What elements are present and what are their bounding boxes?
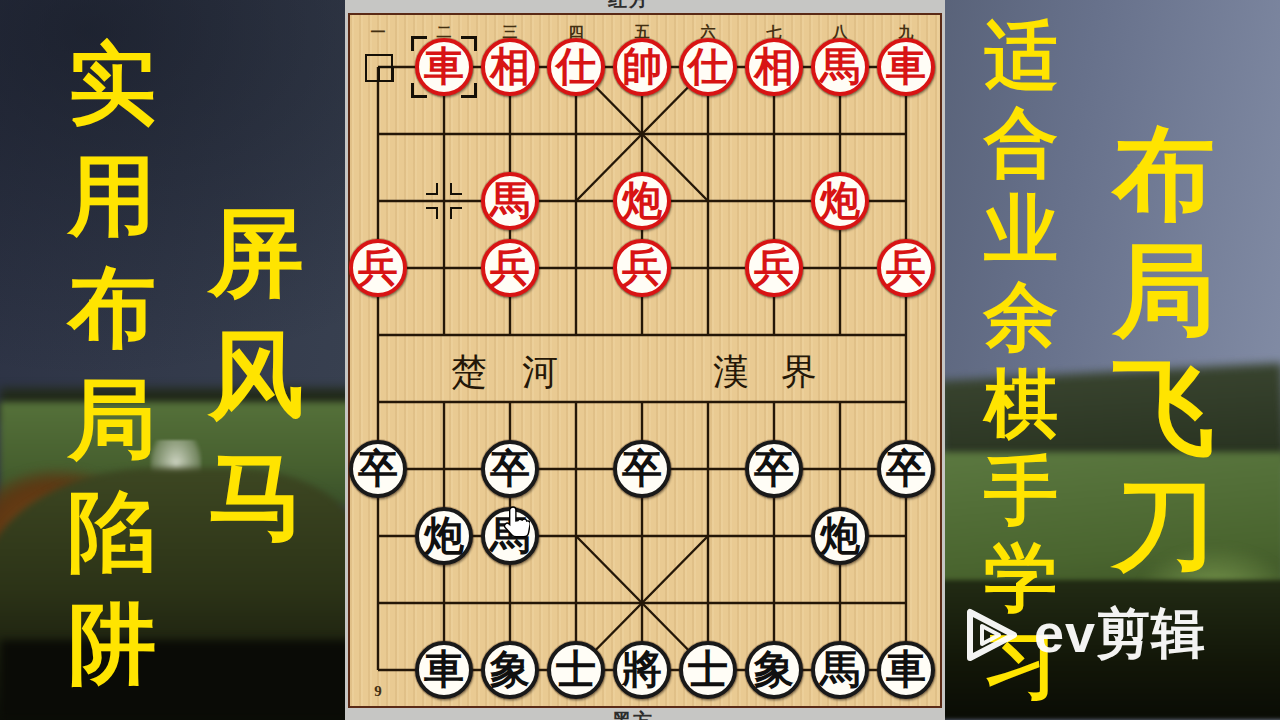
river-char: 漢: [713, 348, 749, 397]
river-char: 界: [781, 348, 817, 397]
piece-black-cannon[interactable]: 炮: [415, 507, 473, 565]
piece-red-pawn[interactable]: 兵: [481, 239, 539, 297]
piece-red-pawn[interactable]: 兵: [349, 239, 407, 297]
black-side-label: 黑方: [612, 708, 654, 720]
piece-red-cannon[interactable]: 炮: [613, 172, 671, 230]
file-label-bottom: 9: [374, 683, 382, 700]
cannon-point-marker-tl: [426, 183, 438, 195]
piece-red-rook[interactable]: 車: [415, 38, 473, 96]
river-char: 楚: [451, 348, 487, 397]
piece-red-rook[interactable]: 車: [877, 38, 935, 96]
board-grid[interactable]: [350, 15, 940, 706]
watermark: ev剪辑: [962, 598, 1206, 671]
thumbnail-stage: 实用布局陷阱 屏风马 适合业余棋手学习 布局飞刀 红方 一二三四五六七八九 楚河…: [0, 0, 1280, 720]
red-side-label: 红方: [608, 0, 650, 13]
piece-black-pawn[interactable]: 卒: [877, 440, 935, 498]
watermark-text: ev剪辑: [1034, 598, 1206, 671]
piece-black-pawn[interactable]: 卒: [481, 440, 539, 498]
xiangqi-board-panel: 红方 一二三四五六七八九 楚河漢界 987654321 車相仕帥仕相馬車馬炮炮兵…: [345, 0, 945, 720]
piece-red-elephant[interactable]: 相: [481, 38, 539, 96]
piece-black-horse[interactable]: 馬: [811, 641, 869, 699]
piece-red-horse[interactable]: 馬: [811, 38, 869, 96]
banner-right-outer: 布局飞刀: [1113, 116, 1215, 584]
cannon-point-marker: [426, 183, 462, 219]
piece-black-cannon[interactable]: 炮: [811, 507, 869, 565]
file-label-top: 一: [371, 23, 386, 42]
banner-left-inner: 屏风马: [208, 192, 304, 558]
play-triangle-icon: [962, 604, 1022, 666]
hand-cursor-icon: [503, 505, 530, 542]
piece-black-pawn[interactable]: 卒: [349, 440, 407, 498]
piece-black-king[interactable]: 將: [613, 641, 671, 699]
piece-red-pawn[interactable]: 兵: [877, 239, 935, 297]
red-side-label-strip: 红方: [345, 0, 945, 14]
piece-black-rook[interactable]: 車: [877, 641, 935, 699]
river-char: 河: [522, 348, 558, 397]
piece-red-elephant[interactable]: 相: [745, 38, 803, 96]
cannon-point-marker-br: [450, 207, 462, 219]
black-side-label-strip: 黑方: [345, 707, 945, 720]
piece-red-pawn[interactable]: 兵: [613, 239, 671, 297]
piece-red-king[interactable]: 帥: [613, 38, 671, 96]
dark-ground-left: [0, 640, 352, 720]
piece-black-elephant[interactable]: 象: [481, 641, 539, 699]
piece-red-cannon[interactable]: 炮: [811, 172, 869, 230]
piece-black-advisor[interactable]: 士: [679, 641, 737, 699]
piece-red-advisor[interactable]: 仕: [679, 38, 737, 96]
board-wood: 一二三四五六七八九 楚河漢界 987654321 車相仕帥仕相馬車馬炮炮兵兵兵兵…: [348, 13, 942, 708]
piece-black-advisor[interactable]: 士: [547, 641, 605, 699]
cannon-point-marker-tr: [450, 183, 462, 195]
piece-black-rook[interactable]: 車: [415, 641, 473, 699]
piece-red-horse[interactable]: 馬: [481, 172, 539, 230]
piece-red-advisor[interactable]: 仕: [547, 38, 605, 96]
piece-red-pawn[interactable]: 兵: [745, 239, 803, 297]
cannon-point-marker-bl: [426, 207, 438, 219]
piece-black-elephant[interactable]: 象: [745, 641, 803, 699]
piece-black-pawn[interactable]: 卒: [613, 440, 671, 498]
piece-black-pawn[interactable]: 卒: [745, 440, 803, 498]
banner-left-outer: 实用布局陷阱: [68, 28, 156, 700]
last-move-origin-marker-inner: [378, 66, 394, 82]
